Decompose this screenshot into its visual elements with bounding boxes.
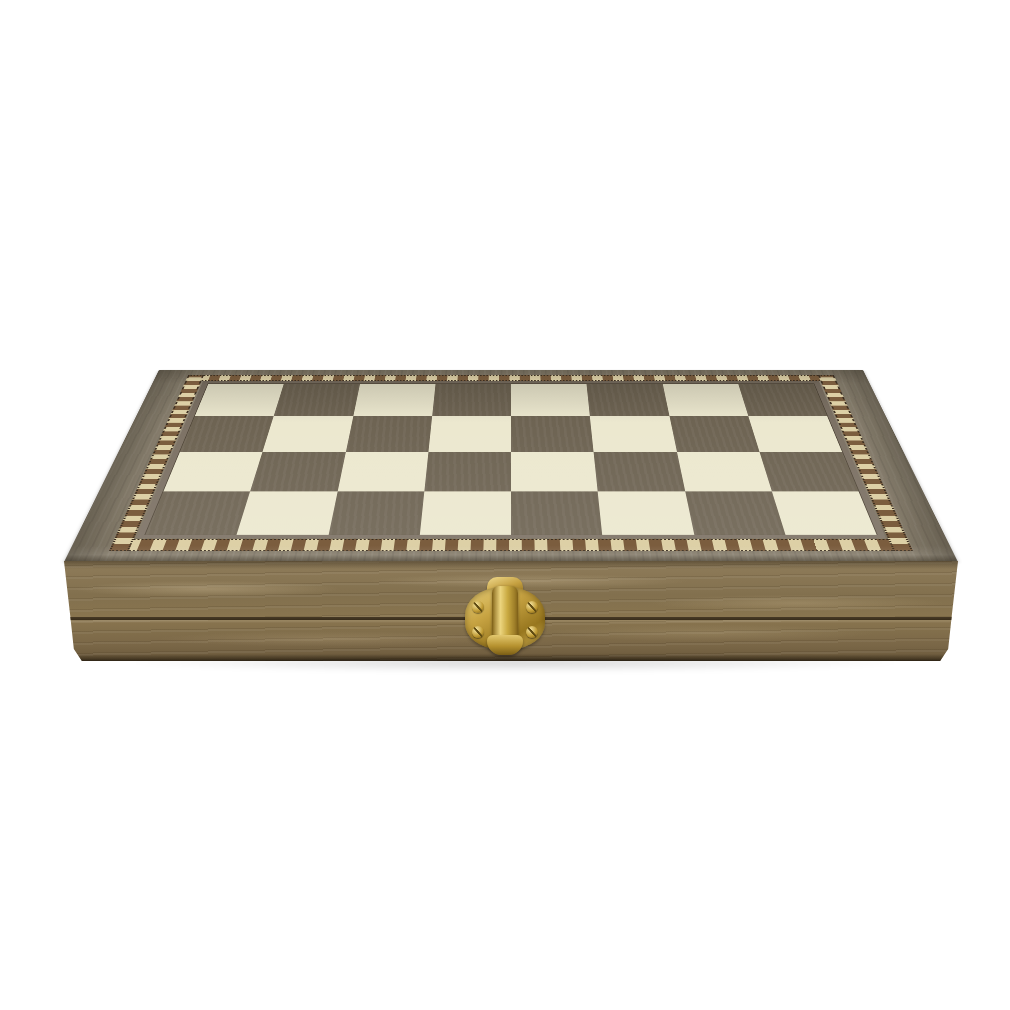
- board-square: [511, 416, 594, 452]
- board-square: [353, 384, 435, 417]
- board-square: [590, 416, 677, 452]
- board-square: [432, 384, 511, 417]
- board-square: [598, 491, 694, 534]
- screw-icon: [526, 601, 538, 613]
- board-square: [274, 384, 360, 417]
- board-square: [237, 491, 337, 534]
- screw-icon: [472, 626, 484, 638]
- board-square: [420, 491, 511, 534]
- board-square: [250, 452, 345, 491]
- screw-icon: [472, 601, 484, 613]
- product-photo-scene: [0, 0, 1010, 1010]
- board-square: [345, 416, 432, 452]
- box-lid-top: [64, 370, 958, 562]
- board-square: [662, 384, 748, 417]
- board-square: [163, 452, 262, 491]
- board-square: [759, 452, 858, 491]
- board-square: [685, 491, 785, 534]
- board-square: [669, 416, 759, 452]
- chess-board: [144, 383, 878, 535]
- board-square: [677, 452, 772, 491]
- board-square: [145, 491, 250, 534]
- board-square: [263, 416, 353, 452]
- latch-hook: [487, 635, 523, 655]
- board-square: [195, 384, 284, 417]
- board-square: [772, 491, 877, 534]
- board-square: [748, 416, 842, 452]
- board-square: [511, 452, 598, 491]
- board-square: [337, 452, 428, 491]
- board-square: [328, 491, 424, 534]
- board-square: [587, 384, 669, 417]
- board-square: [180, 416, 274, 452]
- board-square: [738, 384, 827, 417]
- screw-icon: [526, 626, 538, 638]
- board-square: [594, 452, 685, 491]
- board-square: [428, 416, 511, 452]
- board-square: [424, 452, 511, 491]
- board-square: [511, 384, 590, 417]
- drop-shadow: [120, 657, 910, 673]
- board-margin: [136, 381, 886, 538]
- board-square: [511, 491, 602, 534]
- box-front-face: [64, 561, 958, 661]
- mosaic-border-top: [186, 375, 837, 381]
- latch: [463, 577, 547, 661]
- mosaic-border-bottom: [109, 539, 913, 551]
